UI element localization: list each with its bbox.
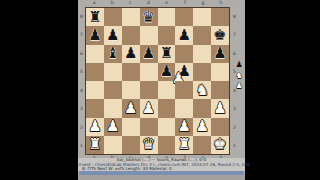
square-g2[interactable]: ♟ <box>193 118 211 136</box>
square-b4[interactable] <box>104 81 122 99</box>
rank-label-8: 8 <box>79 7 84 26</box>
square-d8[interactable]: ♛ <box>140 8 158 26</box>
piece-black-queen-d8[interactable]: ♛ <box>140 8 158 26</box>
file-label-c: c <box>121 0 139 6</box>
square-b7[interactable]: ♟ <box>104 26 122 44</box>
piece-black-bishop-b6[interactable]: ♝ <box>104 45 122 63</box>
rank-labels-left: 87654321 <box>79 7 84 155</box>
rank-label-7: 7 <box>232 26 237 45</box>
square-a7[interactable]: ♟ <box>86 26 104 44</box>
square-f6[interactable] <box>175 45 193 63</box>
piece-white-queen-d1[interactable]: ♛ <box>140 136 158 154</box>
file-label-d: d <box>139 0 157 6</box>
square-d5[interactable] <box>140 63 158 81</box>
rank-label-6: 6 <box>79 44 84 63</box>
game-info-panel: Aai_Vaibhal (....) -- Soans_Raunak (....… <box>78 158 245 171</box>
file-labels-top: abcdefgh <box>85 0 230 6</box>
square-a2[interactable]: ♟ <box>86 118 104 136</box>
piece-white-pawn-f2[interactable]: ♟ <box>175 118 193 136</box>
square-f1[interactable]: ♜ <box>175 136 193 154</box>
square-e8[interactable] <box>158 8 176 26</box>
square-c8[interactable] <box>122 8 140 26</box>
square-g7[interactable] <box>193 26 211 44</box>
piece-white-king-h1[interactable]: ♚ <box>211 136 229 154</box>
square-g3[interactable] <box>193 99 211 117</box>
file-label-h: h <box>212 0 230 6</box>
piece-black-pawn-h6[interactable]: ♟ <box>211 45 229 63</box>
square-e7[interactable] <box>158 26 176 44</box>
square-h7[interactable]: ♚ <box>211 26 229 44</box>
piece-white-pawn-h3[interactable]: ♟ <box>211 99 229 117</box>
square-a1[interactable]: ♜ <box>86 136 104 154</box>
square-a8[interactable]: ♜ <box>86 8 104 26</box>
square-b3[interactable] <box>104 99 122 117</box>
rank-label-3: 3 <box>79 100 84 119</box>
square-e2[interactable] <box>158 118 176 136</box>
piece-black-king-h7[interactable]: ♚ <box>211 26 229 44</box>
square-h1[interactable]: ♚ <box>211 136 229 154</box>
piece-white-rook-f1[interactable]: ♜ <box>175 136 193 154</box>
square-c2[interactable] <box>122 118 140 136</box>
square-f2[interactable]: ♟ <box>175 118 193 136</box>
piece-white-pawn-b2[interactable]: ♟ <box>104 118 122 136</box>
square-d2[interactable] <box>140 118 158 136</box>
square-e6[interactable]: ♜ <box>158 45 176 63</box>
piece-black-pawn-f7[interactable]: ♟ <box>175 26 193 44</box>
square-e3[interactable] <box>158 99 176 117</box>
bottom-margin <box>78 175 245 180</box>
rank-label-1: 1 <box>79 137 84 156</box>
square-h5[interactable] <box>211 63 229 81</box>
chess-gui-stage: abcdefgh 87654321 ♜♛♟♟♟♚♝♟♟♜♟♟♟♟♞♟♟♟♟♟♟♟… <box>78 0 245 180</box>
square-c7[interactable] <box>122 26 140 44</box>
square-c4[interactable] <box>122 81 140 99</box>
rank-label-8: 8 <box>232 7 237 26</box>
rank-label-4: 4 <box>79 81 84 100</box>
square-b2[interactable]: ♟ <box>104 118 122 136</box>
rank-label-7: 7 <box>79 26 84 45</box>
file-label-g: g <box>194 0 212 6</box>
square-c5[interactable] <box>122 63 140 81</box>
square-d3[interactable]: ♟ <box>140 99 158 117</box>
square-e1[interactable] <box>158 136 176 154</box>
piece-black-rook-e6[interactable]: ♜ <box>158 45 176 63</box>
piece-white-pawn-g2[interactable]: ♟ <box>193 118 211 136</box>
square-d7[interactable] <box>140 26 158 44</box>
square-f3[interactable] <box>175 99 193 117</box>
file-label-a: a <box>85 0 103 6</box>
square-h6[interactable]: ♟ <box>211 45 229 63</box>
square-d4[interactable] <box>140 81 158 99</box>
piece-white-pawn-d3[interactable]: ♟ <box>140 99 158 117</box>
white-pawn-icon: ♟ <box>235 81 242 90</box>
piece-black-rook-a8[interactable]: ♜ <box>86 8 104 26</box>
chess-board[interactable]: ♜♛♟♟♟♚♝♟♟♜♟♟♟♟♞♟♟♟♟♟♟♟♜♛♜♚ <box>85 7 230 155</box>
square-e4[interactable]: ♟ <box>158 81 176 99</box>
letterbox-right <box>245 0 320 180</box>
square-g1[interactable] <box>193 136 211 154</box>
square-h2[interactable] <box>211 118 229 136</box>
square-g5[interactable] <box>193 63 211 81</box>
square-b8[interactable] <box>104 8 122 26</box>
square-g4[interactable]: ♞ <box>193 81 211 99</box>
square-b6[interactable]: ♝ <box>104 45 122 63</box>
square-f7[interactable]: ♟ <box>175 26 193 44</box>
square-a3[interactable] <box>86 99 104 117</box>
rank-label-2: 2 <box>79 118 84 137</box>
square-c3[interactable]: ♟ <box>122 99 140 117</box>
piece-black-pawn-a7[interactable]: ♟ <box>86 26 104 44</box>
rank-label-1: 1 <box>232 137 237 156</box>
square-c1[interactable] <box>122 136 140 154</box>
square-f8[interactable] <box>175 8 193 26</box>
square-a6[interactable] <box>86 45 104 63</box>
video-frame: abcdefgh 87654321 ♜♛♟♟♟♚♝♟♟♜♟♟♟♟♞♟♟♟♟♟♟♟… <box>0 0 320 180</box>
file-label-e: e <box>158 0 176 6</box>
file-label-f: f <box>176 0 194 6</box>
square-g8[interactable] <box>193 8 211 26</box>
square-d1[interactable]: ♛ <box>140 136 158 154</box>
white-knight-icon: ♞ <box>235 71 242 80</box>
square-a5[interactable] <box>86 63 104 81</box>
material-balance-strip: ♟♞♟ <box>234 60 244 90</box>
square-h8[interactable] <box>211 8 229 26</box>
piece-white-knight-g4[interactable]: ♞ <box>193 81 211 99</box>
square-b5[interactable] <box>104 63 122 81</box>
file-label-b: b <box>103 0 121 6</box>
piece-black-pawn-b7[interactable]: ♟ <box>104 26 122 44</box>
square-b1[interactable] <box>104 136 122 154</box>
piece-white-rook-a1[interactable]: ♜ <box>86 136 104 154</box>
piece-black-pawn-d6[interactable]: ♟ <box>140 45 158 63</box>
rank-label-2: 2 <box>232 118 237 137</box>
square-h4[interactable] <box>211 81 229 99</box>
letterbox-left <box>0 0 78 180</box>
square-c6[interactable]: ♟ <box>122 45 140 63</box>
square-g6[interactable] <box>193 45 211 63</box>
square-f4[interactable] <box>175 81 193 99</box>
piece-white-pawn-c3[interactable]: ♟ <box>122 99 140 117</box>
square-d6[interactable]: ♟ <box>140 45 158 63</box>
square-a4[interactable] <box>86 81 104 99</box>
piece-black-pawn-c6[interactable]: ♟ <box>122 45 140 63</box>
square-h3[interactable]: ♟ <box>211 99 229 117</box>
rank-label-3: 3 <box>232 100 237 119</box>
black-pawn-icon: ♟ <box>235 60 242 69</box>
rank-label-5: 5 <box>79 63 84 82</box>
piece-white-pawn-a2[interactable]: ♟ <box>86 118 104 136</box>
